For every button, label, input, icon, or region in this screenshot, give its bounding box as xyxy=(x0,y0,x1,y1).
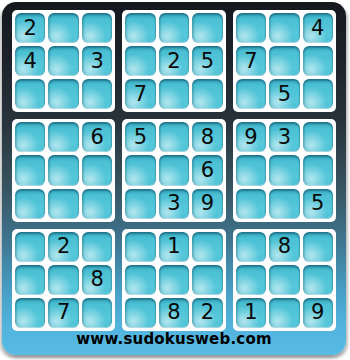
cell-r8c8[interactable] xyxy=(269,265,299,295)
cell-r6c7[interactable] xyxy=(236,189,266,219)
cell-r8c1[interactable] xyxy=(15,265,45,295)
cell-r6c5: 3 xyxy=(159,189,189,219)
cell-r7c4[interactable] xyxy=(125,232,155,262)
box-2-2: 58639 xyxy=(122,119,225,221)
cell-r6c6: 9 xyxy=(192,189,222,219)
cell-r3c8: 5 xyxy=(269,79,299,109)
box-3-3: 819 xyxy=(233,229,336,331)
cell-r9c8[interactable] xyxy=(269,298,299,328)
cell-r9c4[interactable] xyxy=(125,298,155,328)
cell-r1c4[interactable] xyxy=(125,13,155,43)
cell-r9c7: 1 xyxy=(236,298,266,328)
cell-r1c6[interactable] xyxy=(192,13,222,43)
cell-r7c3[interactable] xyxy=(82,232,112,262)
page-background: 243257475658639935287182819 www.sudokusw… xyxy=(0,0,350,360)
cell-r7c5: 1 xyxy=(159,232,189,262)
cell-r6c4[interactable] xyxy=(125,189,155,219)
cell-r1c7[interactable] xyxy=(236,13,266,43)
cell-r3c4: 7 xyxy=(125,79,155,109)
cell-r5c6: 6 xyxy=(192,155,222,185)
cell-r5c1[interactable] xyxy=(15,155,45,185)
cell-r3c5[interactable] xyxy=(159,79,189,109)
cell-r1c9: 4 xyxy=(303,13,333,43)
cell-r5c9[interactable] xyxy=(303,155,333,185)
box-2-1: 6 xyxy=(12,119,115,221)
cell-r1c1: 2 xyxy=(15,13,45,43)
box-3-2: 182 xyxy=(122,229,225,331)
cell-r6c1[interactable] xyxy=(15,189,45,219)
cell-r3c3[interactable] xyxy=(82,79,112,109)
cell-r8c3: 8 xyxy=(82,265,112,295)
cell-r6c3[interactable] xyxy=(82,189,112,219)
cell-r5c4[interactable] xyxy=(125,155,155,185)
cell-r8c4[interactable] xyxy=(125,265,155,295)
cell-r4c9[interactable] xyxy=(303,122,333,152)
cell-r5c8[interactable] xyxy=(269,155,299,185)
cell-r2c9[interactable] xyxy=(303,46,333,76)
cell-r4c5[interactable] xyxy=(159,122,189,152)
cell-r2c7: 7 xyxy=(236,46,266,76)
box-2-3: 935 xyxy=(233,119,336,221)
cell-r7c8: 8 xyxy=(269,232,299,262)
cell-r8c9[interactable] xyxy=(303,265,333,295)
cell-r4c3: 6 xyxy=(82,122,112,152)
cell-r1c8[interactable] xyxy=(269,13,299,43)
cell-r7c2: 2 xyxy=(48,232,78,262)
cell-r3c6[interactable] xyxy=(192,79,222,109)
puzzle-frame: 243257475658639935287182819 www.sudokusw… xyxy=(2,2,346,355)
cell-r1c3[interactable] xyxy=(82,13,112,43)
sudoku-board: 243257475658639935287182819 xyxy=(12,10,336,331)
footer: www.sudokusweb.com xyxy=(2,329,346,348)
box-3-1: 287 xyxy=(12,229,115,331)
cell-r5c7[interactable] xyxy=(236,155,266,185)
cell-r2c1: 4 xyxy=(15,46,45,76)
cell-r4c1[interactable] xyxy=(15,122,45,152)
cell-r9c5: 8 xyxy=(159,298,189,328)
cell-r9c3[interactable] xyxy=(82,298,112,328)
cell-r4c4: 5 xyxy=(125,122,155,152)
cell-r2c8[interactable] xyxy=(269,46,299,76)
cell-r3c2[interactable] xyxy=(48,79,78,109)
cell-r6c9: 5 xyxy=(303,189,333,219)
cell-r4c2[interactable] xyxy=(48,122,78,152)
cell-r8c2[interactable] xyxy=(48,265,78,295)
cell-r2c6: 5 xyxy=(192,46,222,76)
website-link[interactable]: www.sudokusweb.com xyxy=(76,330,271,348)
cell-r9c1[interactable] xyxy=(15,298,45,328)
cell-r1c2[interactable] xyxy=(48,13,78,43)
cell-r2c2[interactable] xyxy=(48,46,78,76)
box-1-1: 243 xyxy=(12,10,115,112)
cell-r4c6: 8 xyxy=(192,122,222,152)
cell-r2c3: 3 xyxy=(82,46,112,76)
cell-r2c4[interactable] xyxy=(125,46,155,76)
cell-r3c1[interactable] xyxy=(15,79,45,109)
cell-r5c3[interactable] xyxy=(82,155,112,185)
cell-r5c5[interactable] xyxy=(159,155,189,185)
cell-r8c7[interactable] xyxy=(236,265,266,295)
cell-r7c9[interactable] xyxy=(303,232,333,262)
cell-r8c6[interactable] xyxy=(192,265,222,295)
cell-r7c1[interactable] xyxy=(15,232,45,262)
cell-r4c7: 9 xyxy=(236,122,266,152)
cell-r2c5: 2 xyxy=(159,46,189,76)
cell-r7c7[interactable] xyxy=(236,232,266,262)
cell-r6c8[interactable] xyxy=(269,189,299,219)
cell-r5c2[interactable] xyxy=(48,155,78,185)
cell-r6c2[interactable] xyxy=(48,189,78,219)
cell-r4c8: 3 xyxy=(269,122,299,152)
cell-r9c9: 9 xyxy=(303,298,333,328)
cell-r3c7[interactable] xyxy=(236,79,266,109)
box-1-3: 475 xyxy=(233,10,336,112)
cell-r9c6: 2 xyxy=(192,298,222,328)
cell-r7c6[interactable] xyxy=(192,232,222,262)
cell-r1c5[interactable] xyxy=(159,13,189,43)
cell-r3c9[interactable] xyxy=(303,79,333,109)
box-1-2: 257 xyxy=(122,10,225,112)
cell-r9c2: 7 xyxy=(48,298,78,328)
cell-r8c5[interactable] xyxy=(159,265,189,295)
